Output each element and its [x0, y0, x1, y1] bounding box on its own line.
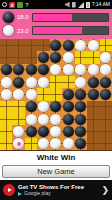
go-app-window: d ? 7:14 AM 18.0 23.0: [0, 0, 112, 200]
last-move-marker: [17, 142, 21, 146]
white-stone: [26, 114, 37, 125]
board-cell-3-0[interactable]: [0, 76, 12, 88]
status-bar: d ? 7:14 AM: [0, 0, 112, 9]
white-stone: [63, 52, 74, 63]
black-score-bar-fill: [33, 14, 72, 21]
board-cell-6-3[interactable]: [37, 113, 49, 125]
white-stone: [1, 89, 12, 100]
board-cell-8-5[interactable]: [62, 138, 74, 150]
black-stone: [26, 126, 37, 137]
white-stone: [50, 114, 61, 125]
black-stone: [100, 89, 111, 100]
score-panel: 18.0 23.0: [0, 9, 112, 39]
board-cell-4-0[interactable]: [0, 88, 12, 100]
black-player-row: 18.0: [3, 11, 109, 24]
circle-notification-icon: [2, 2, 7, 7]
board-cell-1-8[interactable]: [100, 51, 112, 63]
board-cell-2-8[interactable]: [100, 64, 112, 76]
black-stone: [38, 126, 49, 137]
battery-icon: [86, 2, 90, 8]
board-cell-6-5[interactable]: [62, 113, 74, 125]
black-stone: [50, 40, 61, 51]
white-stone: [75, 64, 86, 75]
google-play-icon: [18, 192, 22, 196]
android-app-icon: [17, 2, 23, 8]
white-player-row: 23.0: [3, 24, 109, 37]
board-cell-4-4[interactable]: [50, 88, 62, 100]
board-cell-5-6[interactable]: [75, 101, 87, 113]
white-stone: [1, 77, 12, 88]
board-cell-1-1[interactable]: [12, 51, 24, 63]
board-cell-4-1[interactable]: [12, 88, 24, 100]
board-cell-0-1[interactable]: [12, 39, 24, 51]
board-cell-5-2[interactable]: [25, 101, 37, 113]
black-stone: [13, 77, 24, 88]
board-cell-2-5[interactable]: [62, 64, 74, 76]
white-stone: [50, 126, 61, 137]
board-cell-1-3[interactable]: [37, 51, 49, 63]
board-cell-0-5[interactable]: [62, 39, 74, 51]
white-stone: [13, 138, 24, 149]
black-stone: [88, 89, 99, 100]
board-cell-3-6[interactable]: [75, 76, 87, 88]
board-cell-6-7[interactable]: [87, 113, 99, 125]
board-cell-5-5[interactable]: [62, 101, 74, 113]
black-stone: [100, 77, 111, 88]
black-stone: [63, 101, 74, 112]
black-stone: [75, 138, 86, 149]
board-cell-6-2[interactable]: [25, 113, 37, 125]
board-cell-3-4[interactable]: [50, 76, 62, 88]
white-stone: [75, 40, 86, 51]
board-cell-6-8[interactable]: [100, 113, 112, 125]
board-cell-7-3[interactable]: [37, 125, 49, 137]
sim-icon: [72, 2, 76, 8]
board-cell-4-2[interactable]: [25, 88, 37, 100]
board-cell-0-0[interactable]: [0, 39, 12, 51]
black-stone: [75, 101, 86, 112]
white-stone: [38, 138, 49, 149]
black-stone: [88, 77, 99, 88]
board-cell-6-0[interactable]: [0, 113, 12, 125]
board-cell-2-3[interactable]: [37, 64, 49, 76]
white-stone: [100, 64, 111, 75]
board-cell-8-7[interactable]: [87, 138, 99, 150]
board-cell-0-8[interactable]: [100, 39, 112, 51]
board-cell-3-8[interactable]: [100, 76, 112, 88]
vibrate-icon: [65, 2, 70, 8]
black-stone: [38, 64, 49, 75]
board-cell-1-7[interactable]: [87, 51, 99, 63]
google-play-label: Google play: [24, 191, 51, 196]
board-cell-2-6[interactable]: [75, 64, 87, 76]
board-cell-7-2[interactable]: [25, 125, 37, 137]
black-stone: [13, 64, 24, 75]
white-stone: [50, 138, 61, 149]
black-stone-avatar: [3, 12, 14, 23]
board-cell-8-8[interactable]: [100, 138, 112, 150]
board-cell-2-0[interactable]: [0, 64, 12, 76]
board-cell-5-1[interactable]: [12, 101, 24, 113]
board-cell-7-8[interactable]: [100, 125, 112, 137]
board-cell-2-2[interactable]: [25, 64, 37, 76]
black-score-bar: [32, 13, 109, 22]
board-cell-4-8[interactable]: [100, 88, 112, 100]
board-cell-1-0[interactable]: [0, 51, 12, 63]
ad-banner[interactable]: Get TV Shows For Free Google play ❯: [0, 180, 112, 200]
black-stone: [63, 40, 74, 51]
result-bar: White Win: [0, 151, 112, 164]
board-cell-4-7[interactable]: [87, 88, 99, 100]
white-stone: [38, 101, 49, 112]
board-cell-6-4[interactable]: [50, 113, 62, 125]
board-cell-0-6[interactable]: [75, 39, 87, 51]
question-notification-icon: ?: [25, 2, 29, 8]
board-cell-1-2[interactable]: [25, 51, 37, 63]
black-stone: [75, 126, 86, 137]
black-stone: [26, 64, 37, 75]
white-stone: [13, 89, 24, 100]
board-cell-0-3[interactable]: [37, 39, 49, 51]
board-cell-7-1[interactable]: [12, 125, 24, 137]
system-status-icons: 7:14 AM: [65, 0, 110, 9]
board-cell-1-5[interactable]: [62, 51, 74, 63]
signal-icon: [78, 2, 84, 8]
board-cell-1-4[interactable]: [50, 51, 62, 63]
board-cell-2-7[interactable]: [87, 64, 99, 76]
black-stone: [63, 114, 74, 125]
clock: 7:14 AM: [92, 0, 110, 9]
black-stone: [38, 52, 49, 63]
board-cell-3-5[interactable]: [62, 76, 74, 88]
black-stone: [50, 52, 61, 63]
new-game-button[interactable]: New Game: [2, 165, 110, 178]
board-cell-1-6[interactable]: [75, 51, 87, 63]
black-stone: [26, 101, 37, 112]
ad-text: Get TV Shows For Free Google play: [18, 184, 84, 196]
board-cell-5-0[interactable]: [0, 101, 12, 113]
board-cell-5-3[interactable]: [37, 101, 49, 113]
board-cell-5-8[interactable]: [100, 101, 112, 113]
white-stone: [26, 89, 37, 100]
notification-icons: d ?: [2, 2, 29, 8]
ad-logo-icon: [3, 184, 15, 196]
google-play-badge: Google play: [18, 191, 84, 196]
board-cell-8-3[interactable]: [37, 138, 49, 150]
board-cell-7-5[interactable]: [62, 125, 74, 137]
board-cell-4-5[interactable]: [62, 88, 74, 100]
white-stone: [50, 64, 61, 75]
white-stone: [38, 77, 49, 88]
white-stone: [63, 138, 74, 149]
white-stone: [100, 52, 111, 63]
white-stone: [26, 77, 37, 88]
board-cell-2-4[interactable]: [50, 64, 62, 76]
black-score: 18.0: [17, 14, 29, 20]
dailymotion-icon: d: [9, 2, 15, 8]
board-cell-7-7[interactable]: [87, 125, 99, 137]
board-cell-8-1[interactable]: [12, 138, 24, 150]
board-cell-0-4[interactable]: [50, 39, 62, 51]
board-cell-3-1[interactable]: [12, 76, 24, 88]
result-text: White Win: [37, 153, 76, 162]
white-score: 23.0: [17, 28, 29, 34]
board-cell-0-2[interactable]: [25, 39, 37, 51]
white-stone: [88, 64, 99, 75]
board-cell-8-0[interactable]: [0, 138, 12, 150]
board-cell-7-6[interactable]: [75, 125, 87, 137]
board-cell-4-6[interactable]: [75, 88, 87, 100]
white-stone-avatar: [3, 25, 14, 36]
white-stone: [88, 40, 99, 51]
board-cell-5-7[interactable]: [87, 101, 99, 113]
board-cell-7-0[interactable]: [0, 125, 12, 137]
white-stone: [38, 114, 49, 125]
black-stone: [75, 89, 86, 100]
board-cell-6-1[interactable]: [12, 113, 24, 125]
white-score-bar-fill: [33, 27, 82, 34]
board-cell-6-6[interactable]: [75, 113, 87, 125]
board-cell-8-4[interactable]: [50, 138, 62, 150]
board-cell-2-1[interactable]: [12, 64, 24, 76]
board-cell-0-7[interactable]: [87, 39, 99, 51]
board-cell-7-4[interactable]: [50, 125, 62, 137]
white-score-bar: [32, 26, 109, 35]
black-stone: [50, 101, 61, 112]
board-cell-3-2[interactable]: [25, 76, 37, 88]
white-stone: [75, 77, 86, 88]
black-stone: [75, 114, 86, 125]
action-area: New Game: [0, 164, 112, 180]
board-cell-3-7[interactable]: [87, 76, 99, 88]
black-stone: [1, 64, 12, 75]
black-stone: [63, 89, 74, 100]
ad-chevron-icon[interactable]: ❯: [101, 180, 109, 200]
white-stone: [13, 126, 24, 137]
white-stone: [63, 64, 74, 75]
board-cell-8-2[interactable]: [25, 138, 37, 150]
board-cell-5-4[interactable]: [50, 101, 62, 113]
board-cell-8-6[interactable]: [75, 138, 87, 150]
black-stone: [63, 126, 74, 137]
board-cell-3-3[interactable]: [37, 76, 49, 88]
go-board[interactable]: [0, 39, 112, 151]
board-cell-4-3[interactable]: [37, 88, 49, 100]
